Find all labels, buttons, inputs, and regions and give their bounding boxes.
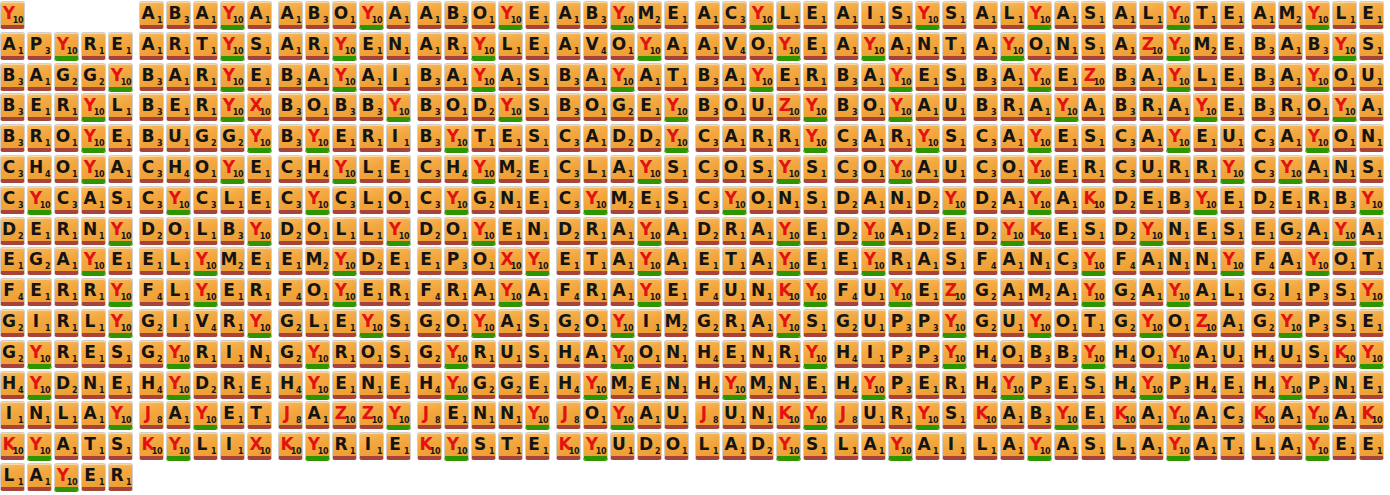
- word-kabye[interactable]: K10A1B3Y10E1: [973, 401, 1106, 429]
- word-kyste[interactable]: K10Y10S1T1E1: [417, 432, 550, 460]
- word-hyper[interactable]: H4Y10P3E1R1: [834, 371, 967, 399]
- word-bouzy[interactable]: B3O1U1Z10Y10: [695, 93, 828, 121]
- word-acyle[interactable]: A1C3Y10L1E1: [695, 1, 828, 29]
- word-dolby[interactable]: D2O1L1B3Y10: [139, 217, 272, 245]
- tile-value: 4: [323, 170, 328, 179]
- tile-letter: O: [1001, 341, 1017, 364]
- tile-value: 1: [462, 78, 467, 87]
- word-y[interactable]: Y10: [0, 1, 25, 29]
- tile-O: O1: [1332, 124, 1357, 152]
- tile-letter: C: [1252, 125, 1268, 148]
- tile-value: 10: [1179, 47, 1189, 56]
- word-dykes[interactable]: D2Y10K10E1S1: [973, 217, 1106, 245]
- word-hymen[interactable]: H4Y10M2E1N1: [556, 371, 689, 399]
- word-jayet[interactable]: J8A1Y10E1T1: [139, 401, 272, 429]
- word-bayou[interactable]: B3A1Y10O1U1: [1251, 63, 1384, 91]
- tile-value: 2: [99, 78, 104, 87]
- word-cell: G2Y10R1O1S1: [278, 340, 417, 372]
- tile-letter: O: [665, 433, 681, 456]
- word-avoya[interactable]: A1V4O1Y10A1: [556, 32, 689, 60]
- word-braya[interactable]: B3R1A1Y10A1: [973, 93, 1106, 121]
- word-girly[interactable]: G2I1R1L1Y10: [0, 309, 133, 337]
- tile-letter: O: [750, 33, 766, 56]
- tile-Y: Y10: [0, 1, 25, 29]
- word-henry[interactable]: H4E1N1R1Y10: [695, 340, 828, 368]
- tile-Y: Y10: [220, 1, 245, 29]
- tile-letter: C: [557, 187, 573, 210]
- tile-value: 1: [682, 47, 687, 56]
- tile-value: 10: [121, 416, 131, 425]
- word-joyau[interactable]: J8O1Y10A1U1: [556, 401, 689, 429]
- word-grid: Y10A1B3A1Y10A1A1B3O1Y10A1A1B3O1Y10E1A1B3…: [0, 0, 1390, 494]
- word-inlay[interactable]: I1N1L1A1Y10: [0, 401, 133, 429]
- word-kylix[interactable]: K10Y10L1I1X10: [139, 432, 272, 460]
- tile-value: 1: [682, 293, 687, 302]
- tile-letter: E: [1082, 402, 1098, 425]
- tile-L: L1: [498, 32, 523, 60]
- word-clays[interactable]: C3L1A1Y10S1: [556, 155, 689, 183]
- word-broya[interactable]: B3R1O1Y10A1: [1251, 93, 1384, 121]
- word-cygne[interactable]: C3Y10G2N1E1: [417, 186, 550, 214]
- word-bayes[interactable]: B3A1Y10E1S1: [834, 63, 967, 91]
- word-gipsy[interactable]: G2I1P3S1Y10: [1251, 278, 1384, 306]
- word-layat[interactable]: L1A1Y10A1T1: [1112, 432, 1245, 460]
- word-derby[interactable]: D2E1R1B3Y10: [1251, 186, 1384, 214]
- word-ayant[interactable]: A1Y10A1N1T1: [834, 32, 967, 60]
- tile-letter: A: [55, 433, 71, 456]
- tile-value: 10: [318, 447, 328, 456]
- tile-value: 1: [296, 47, 301, 56]
- word-dolly[interactable]: D2O1L1L1Y10: [278, 217, 411, 245]
- tile-E: E1: [247, 186, 272, 214]
- tile-value: 3: [740, 16, 745, 25]
- tile-value: 4: [991, 355, 996, 364]
- word-flyer[interactable]: F4L1Y10E1R1: [139, 278, 272, 306]
- word-bayat[interactable]: B3A1Y10A1T1: [556, 63, 689, 91]
- word-boyau[interactable]: B3O1Y10A1U1: [834, 93, 967, 121]
- tile-A: A1: [1000, 124, 1025, 152]
- tile-value: 3: [323, 16, 328, 25]
- word-gyros[interactable]: G2Y10R1O1S1: [278, 340, 411, 368]
- tile-Y: Y10: [1027, 186, 1052, 214]
- tile-R: R1: [81, 278, 106, 306]
- word-chyle[interactable]: C3H4Y10L1E1: [278, 155, 411, 183]
- word-dandy[interactable]: D2A1N1D2Y10: [834, 186, 967, 214]
- word-cell: C3A1R1Y10S1: [834, 124, 973, 156]
- tile-value: 1: [628, 232, 633, 241]
- word-hyphe[interactable]: H4Y10P3H4E1: [1112, 371, 1245, 399]
- tile-Y: Y10: [81, 247, 106, 275]
- word-grays[interactable]: G2R1A1Y10S1: [695, 309, 828, 337]
- word-dayak[interactable]: D2A1Y10A1K10: [973, 186, 1106, 214]
- tile-letter: C: [835, 156, 851, 179]
- word-husky[interactable]: H4U1S1K10Y10: [1251, 340, 1384, 368]
- word-bodys[interactable]: B3O1D2Y10S1: [417, 93, 550, 121]
- tile-value: 1: [99, 201, 104, 210]
- word-hydne[interactable]: H4Y10D2N1E1: [0, 371, 133, 399]
- tile-letter: A: [611, 279, 627, 302]
- word-layee[interactable]: L1A1Y10E1E1: [1251, 432, 1384, 460]
- tile-value: 1: [265, 386, 270, 395]
- word-gleys[interactable]: G2L1E1Y10S1: [278, 309, 411, 337]
- tile-Y: Y10: [637, 155, 662, 183]
- word-alyas[interactable]: A1L1Y10A1S1: [973, 1, 1106, 29]
- tile-value: 2: [628, 201, 633, 210]
- word-kayac[interactable]: K10A1Y10A1C3: [1112, 401, 1245, 429]
- tile-letter: E: [1221, 94, 1237, 117]
- word-hymne[interactable]: H4Y10M2N1E1: [695, 371, 828, 399]
- tile-Y: Y10: [803, 401, 828, 429]
- tile-Y: Y10: [81, 93, 106, 121]
- word-abyme[interactable]: A1B3Y10M2E1: [556, 1, 689, 29]
- word-cyans[interactable]: C3Y10A1N1S1: [1251, 155, 1384, 183]
- word-guyot[interactable]: G2U1Y10O1T1: [973, 309, 1106, 337]
- word-alyte[interactable]: A1L1Y10T1E1: [1112, 1, 1245, 29]
- tile-letter: E: [109, 125, 125, 148]
- tile-letter: R: [1279, 94, 1295, 117]
- word-layer[interactable]: L1A1Y10E1R1: [0, 463, 133, 491]
- tile-A: A1: [1054, 186, 1079, 214]
- tile-A: A1: [278, 1, 303, 29]
- word-egaya[interactable]: E1G2A1Y10A1: [1251, 217, 1384, 245]
- tile-letter: E: [499, 218, 515, 241]
- word-hygge[interactable]: H4Y10G2G2E1: [417, 371, 550, 399]
- word-amyle[interactable]: A1M2Y10L1E1: [1251, 1, 1384, 29]
- word-hydre[interactable]: H4Y10D2R1E1: [139, 371, 272, 399]
- tile-letter: I: [943, 433, 959, 456]
- tile-value: 1: [767, 293, 772, 302]
- tile-value: 10: [94, 108, 104, 117]
- tile-letter: D: [1113, 187, 1129, 210]
- tile-letter: E: [916, 372, 932, 395]
- word-fayot[interactable]: F4A1Y10O1T1: [1251, 247, 1384, 275]
- word-kyudo[interactable]: K10Y10U1D2O1: [556, 432, 689, 460]
- word-bayez[interactable]: B3A1Y10E1Z10: [973, 63, 1106, 91]
- tile-letter: S: [109, 433, 125, 456]
- word-emyde[interactable]: E1M2Y10D2E1: [278, 247, 411, 275]
- tile-value: 1: [601, 139, 606, 148]
- tile-value: 10: [1179, 416, 1189, 425]
- tile-value: 10: [1318, 139, 1328, 148]
- word-braye[interactable]: B3R1A1Y10E1: [1112, 93, 1245, 121]
- tile-value: 1: [1296, 355, 1301, 364]
- tile-value: 1: [350, 447, 355, 456]
- word-bayle[interactable]: B3A1Y10L1E1: [1112, 63, 1245, 91]
- tile-value: 3: [1072, 355, 1077, 364]
- word-cyons[interactable]: C3Y10O1N1S1: [695, 186, 828, 214]
- word-gyrin[interactable]: G2Y10R1I1N1: [139, 340, 272, 368]
- word-cycas[interactable]: C3Y10C3A1S1: [0, 186, 133, 214]
- tile-value: 1: [323, 78, 328, 87]
- word-goyim[interactable]: G2O1Y10I1M2: [556, 309, 689, 337]
- tile-value: 1: [1099, 47, 1104, 56]
- word-givry[interactable]: G2I1V4R1Y10: [139, 309, 272, 337]
- word-cyclo[interactable]: C3Y10C3L1O1: [278, 186, 411, 214]
- word-choye[interactable]: C3H4O1Y10E1: [139, 155, 272, 183]
- tile-A: A1: [81, 401, 106, 429]
- tile-A: A1: [834, 32, 859, 60]
- word-debye[interactable]: D2E1B3Y10E1: [1112, 186, 1245, 214]
- word-byeri[interactable]: B3Y10E1R1I1: [278, 124, 411, 152]
- word-jenny[interactable]: J8E1N1N1Y10: [417, 401, 550, 429]
- word-hypne[interactable]: H4Y10P3N1E1: [1251, 371, 1384, 399]
- word-cell: G2Y10R1U1S1: [417, 340, 556, 372]
- tile-letter: A: [1055, 2, 1071, 25]
- tile-letter: A: [1001, 125, 1017, 148]
- word-kyats[interactable]: K10Y10A1T1S1: [0, 432, 133, 460]
- word-cayeu[interactable]: C3A1Y10E1U1: [1112, 124, 1245, 152]
- tile-S: S1: [1220, 217, 1245, 245]
- word-avoye[interactable]: A1V4O1Y10E1: [695, 32, 828, 60]
- word-foyer[interactable]: F4O1Y10E1R1: [278, 278, 411, 306]
- tile-D: D2: [973, 217, 998, 245]
- tile-E: E1: [81, 340, 106, 368]
- word-chyme[interactable]: C3H4Y10M2E1: [417, 155, 550, 183]
- word-babys[interactable]: B3A1B3Y10S1: [1251, 32, 1384, 60]
- word-baggy[interactable]: B3A1G2G2Y10: [0, 63, 133, 91]
- word-coyer[interactable]: C3O1Y10E1R1: [973, 155, 1106, 183]
- word-aboye[interactable]: A1B3O1Y10E1: [417, 1, 550, 29]
- word-hippy[interactable]: H4I1P3P3Y10: [834, 340, 967, 368]
- word-fanny[interactable]: F4A1N1N1Y10: [1112, 247, 1245, 275]
- word-derny[interactable]: D2E1R1N1Y10: [0, 217, 133, 245]
- word-aryen[interactable]: A1R1Y10E1N1: [278, 32, 411, 60]
- word-cosys[interactable]: C3O1S1Y10S1: [695, 155, 828, 183]
- tile-value: 3: [157, 139, 162, 148]
- tile-value: 1: [1377, 170, 1382, 179]
- tile-E: E1: [525, 155, 550, 183]
- tile-letter: G: [82, 64, 98, 87]
- tile-E: E1: [108, 32, 133, 60]
- tile-E: E1: [942, 217, 967, 245]
- tile-letter: J: [835, 402, 851, 425]
- word-hypes[interactable]: H4Y10P3E1S1: [973, 371, 1106, 399]
- tile-value: 10: [457, 201, 467, 210]
- word-hayon[interactable]: H4A1Y10O1N1: [556, 340, 689, 368]
- word-bayas[interactable]: B3A1Y10A1S1: [417, 63, 550, 91]
- word-cayon[interactable]: C3A1Y10O1N1: [1251, 124, 1384, 152]
- word-cell: A1R1Y10E1N1: [278, 32, 417, 64]
- tile-letter: L: [499, 33, 515, 56]
- tile-value: 3: [435, 170, 440, 179]
- tile-letter: E: [526, 2, 542, 25]
- tile-E: E1: [1054, 371, 1079, 399]
- tile-B: B3: [1027, 401, 1052, 429]
- tile-value: 1: [18, 416, 23, 425]
- word-kayak[interactable]: K10A1Y10A1K10: [1251, 401, 1384, 429]
- word-cell: F4L1Y10E1R1: [139, 278, 278, 310]
- tile-A: A1: [749, 217, 774, 245]
- word-fancy[interactable]: F4A1N1C3Y10: [973, 247, 1106, 275]
- word-gyres[interactable]: G2Y10R1E1S1: [0, 340, 133, 368]
- tile-B: B3: [0, 93, 25, 121]
- tile-letter: B: [306, 2, 322, 25]
- word-gyoza[interactable]: G2Y10O1Z10A1: [1112, 309, 1245, 337]
- tile-letter: L: [306, 310, 322, 333]
- word-layai[interactable]: L1A1Y10A1I1: [834, 432, 967, 460]
- word-azyme[interactable]: A1Z10Y10M2E1: [1112, 32, 1245, 60]
- tile-R: R1: [776, 340, 801, 368]
- tile-value: 2: [211, 139, 216, 148]
- tile-Y: Y10: [1332, 217, 1357, 245]
- word-eyras[interactable]: E1Y10R1A1S1: [834, 247, 967, 275]
- tile-letter: F: [557, 279, 573, 302]
- word-beryl[interactable]: B3E1R1Y10L1: [0, 93, 133, 121]
- word-gypse[interactable]: G2Y10P3S1E1: [1251, 309, 1384, 337]
- word-etaye[interactable]: E1T1A1Y10E1: [695, 247, 828, 275]
- word-fraya[interactable]: F4R1A1Y10A1: [417, 278, 550, 306]
- word-choya[interactable]: C3H4O1Y10A1: [0, 155, 133, 183]
- tile-letter: R: [387, 279, 403, 302]
- word-barye[interactable]: B3A1R1Y10E1: [139, 63, 272, 91]
- tile-value: 2: [45, 262, 50, 271]
- word-bogey[interactable]: B3O1G2E1Y10: [556, 93, 689, 121]
- tile-letter: C: [279, 156, 295, 179]
- tile-letter: E: [248, 187, 264, 210]
- tile-Y: Y10: [1139, 217, 1164, 245]
- tile-A: A1: [81, 186, 106, 214]
- tile-N: N1: [1054, 32, 1079, 60]
- word-coyau[interactable]: C3O1Y10A1U1: [834, 155, 967, 183]
- word-goyas[interactable]: G2O1Y10A1S1: [417, 309, 550, 337]
- tile-S: S1: [1081, 32, 1106, 60]
- tile-Y: Y10: [220, 93, 245, 121]
- tile-value: 1: [1157, 108, 1162, 117]
- word-etaya[interactable]: E1T1A1Y10A1: [556, 247, 689, 275]
- word-draya[interactable]: D2R1A1Y10A1: [556, 217, 689, 245]
- tile-Y: Y10: [1305, 247, 1330, 275]
- word-bayai[interactable]: B3A1Y10A1I1: [278, 63, 411, 91]
- word-gamay[interactable]: G2A1M2A1Y10: [973, 278, 1106, 306]
- word-junky[interactable]: J8U1N1K10Y10: [695, 401, 828, 429]
- tile-R: R1: [942, 371, 967, 399]
- word-ayons[interactable]: A1Y10O1N1S1: [973, 32, 1106, 60]
- word-carys[interactable]: C3A1R1Y10S1: [834, 124, 967, 152]
- tile-value: 4: [435, 386, 440, 395]
- word-hoyau[interactable]: H4O1Y10A1U1: [1112, 340, 1245, 368]
- word-hobby[interactable]: H4O1B3B3Y10: [973, 340, 1106, 368]
- word-jazzy[interactable]: J8A1Z10Z10Y10: [278, 401, 411, 429]
- tile-M: M2: [498, 155, 523, 183]
- tile-R: R1: [444, 32, 469, 60]
- word-bytes[interactable]: B3Y10T1E1S1: [417, 124, 550, 152]
- word-ladys[interactable]: L1A1D2Y10S1: [695, 432, 828, 460]
- word-cell: A1L1Y10A1S1: [973, 1, 1112, 33]
- tile-T: T1: [664, 63, 689, 91]
- word-kyrie[interactable]: K10Y10R1I1E1: [278, 432, 411, 460]
- word-elyme[interactable]: E1L1Y10M2E1: [139, 247, 272, 275]
- tile-E: E1: [556, 247, 581, 275]
- word-fraye[interactable]: F4R1A1Y10E1: [556, 278, 689, 306]
- tile-value: 1: [767, 170, 772, 179]
- word-cell: H4Y10M2E1N1: [556, 371, 695, 403]
- word-hyene[interactable]: H4Y10E1N1E1: [278, 371, 411, 399]
- word-draye[interactable]: D2R1A1Y10E1: [695, 217, 828, 245]
- word-aisys[interactable]: A1I1S1Y10S1: [834, 1, 967, 29]
- word-layas[interactable]: L1A1Y10A1S1: [973, 432, 1106, 460]
- word-egaye[interactable]: E1G2A1Y10E1: [0, 247, 133, 275]
- tile-U: U1: [498, 340, 523, 368]
- tile-E: E1: [1359, 309, 1384, 337]
- tile-S: S1: [1332, 278, 1357, 306]
- tile-letter: C: [418, 187, 434, 210]
- word-gyrus[interactable]: G2Y10R1U1S1: [417, 340, 550, 368]
- word-cell: H4O1Y10A1U1: [1112, 340, 1251, 372]
- word-dynes[interactable]: D2Y10N1E1S1: [1112, 217, 1245, 245]
- tile-Y: Y10: [247, 217, 272, 245]
- word-beryx[interactable]: B3E1R1Y10X10: [139, 93, 272, 121]
- tile-value: 1: [99, 324, 104, 333]
- tile-C: C3: [193, 186, 218, 214]
- tile-letter: E: [387, 433, 403, 456]
- tile-E: E1: [1220, 1, 1245, 29]
- tile-R: R1: [1139, 93, 1164, 121]
- word-aryle[interactable]: A1R1Y10L1E1: [417, 32, 550, 60]
- word-jurys[interactable]: J8U1R1Y10S1: [834, 401, 967, 429]
- tile-B: B3: [166, 1, 191, 29]
- tile-letter: E: [526, 33, 542, 56]
- tile-value: 10: [901, 447, 911, 456]
- word-buggy[interactable]: B3U1G2G2Y10: [139, 124, 272, 152]
- tile-S: S1: [1305, 340, 1330, 368]
- word-apyre[interactable]: A1P3Y10R1E1: [0, 32, 133, 60]
- word-abaya[interactable]: A1B3A1Y10A1: [139, 1, 272, 29]
- tile-value: 1: [740, 170, 745, 179]
- word-cayes[interactable]: C3A1Y10E1S1: [973, 124, 1106, 152]
- word-cycle[interactable]: C3Y10C3L1E1: [139, 186, 272, 214]
- tile-K: K10: [1359, 401, 1384, 429]
- tile-value: 10: [1152, 47, 1162, 56]
- word-caddy[interactable]: C3A1D2D2Y10: [556, 124, 689, 152]
- tile-Y: Y10: [637, 278, 662, 306]
- tile-letter: A: [916, 94, 932, 117]
- word-artys[interactable]: A1R1T1Y10S1: [139, 32, 272, 60]
- tile-value: 10: [233, 47, 243, 56]
- tile-letter: R: [221, 372, 237, 395]
- tile-value: 1: [404, 139, 409, 148]
- tile-E: E1: [498, 217, 523, 245]
- word-aboya[interactable]: A1B3O1Y10A1: [278, 1, 411, 29]
- tile-value: 10: [1094, 262, 1104, 271]
- word-gayal[interactable]: G2A1Y10A1L1: [1112, 278, 1245, 306]
- tile-G: G2: [834, 309, 859, 337]
- word-ferry[interactable]: F4E1R1R1Y10: [0, 278, 133, 306]
- tile-letter: E: [835, 248, 851, 271]
- tile-letter: D: [638, 433, 654, 456]
- tile-S: S1: [803, 186, 828, 214]
- tile-value: 1: [350, 386, 355, 395]
- word-doyen[interactable]: D2O1Y10E1N1: [417, 217, 550, 245]
- tile-value: 1: [99, 447, 104, 456]
- tile-C: C3: [1251, 155, 1276, 183]
- word-bobby[interactable]: B3O1B3B3Y10: [278, 93, 411, 121]
- word-cymes[interactable]: C3Y10M2E1S1: [556, 186, 689, 214]
- word-carry[interactable]: C3A1R1R1Y10: [695, 124, 828, 152]
- word-dyade[interactable]: D2Y10A1D2E1: [834, 217, 967, 245]
- word-bayer[interactable]: B3A1Y10E1R1: [695, 63, 828, 91]
- tile-letter: C: [1, 187, 17, 210]
- word-guppy[interactable]: G2U1P3P3Y10: [834, 309, 967, 337]
- tile-letter: A: [889, 218, 905, 241]
- tile-B: B3: [417, 93, 442, 121]
- word-epoxy[interactable]: E1P3O1X10Y10: [417, 247, 550, 275]
- word-fuyez[interactable]: F4U1Y10E1Z10: [834, 278, 967, 306]
- word-cell: J8A1Y10E1T1: [139, 401, 278, 433]
- word-broye[interactable]: B3R1O1Y10E1: [0, 124, 133, 152]
- word-funky[interactable]: F4U1N1K10Y10: [695, 278, 828, 306]
- tile-A: A1: [1332, 401, 1357, 429]
- word-curry[interactable]: C3U1R1R1Y10: [1112, 155, 1245, 183]
